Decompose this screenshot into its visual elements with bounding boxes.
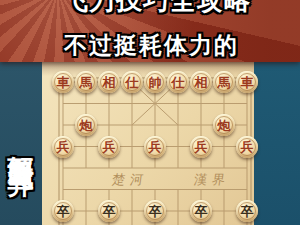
piece-red[interactable]: 馬 [213,71,235,93]
screenshot-stage: 飞刀技巧全攻略 不过挺耗体力的 弃马飞刀全面解 楚河 漢界 車馬相仕帥仕 [0,0,300,225]
piece-red[interactable]: 炮 [213,114,235,136]
piece-character: 卒 [57,205,70,218]
piece-character: 馬 [218,76,231,89]
piece-character: 馬 [80,76,93,89]
piece-black[interactable]: 卒 [144,200,166,222]
piece-character: 兵 [57,140,70,153]
piece-red[interactable]: 兵 [52,136,74,158]
piece-character: 兵 [241,140,254,153]
piece-red[interactable]: 兵 [144,136,166,158]
piece-black[interactable]: 卒 [236,200,258,222]
xiangqi-board[interactable]: 楚河 漢界 車馬相仕帥仕相馬車炮炮兵兵兵兵兵卒卒卒卒卒 [42,62,254,225]
piece-character: 車 [57,76,70,89]
piece-red[interactable]: 車 [52,71,74,93]
piece-red[interactable]: 兵 [236,136,258,158]
piece-red[interactable]: 仕 [167,71,189,93]
piece-black[interactable]: 卒 [98,200,120,222]
piece-red[interactable]: 兵 [190,136,212,158]
piece-character: 兵 [195,140,208,153]
piece-red[interactable]: 仕 [121,71,143,93]
piece-red[interactable]: 車 [236,71,258,93]
banner-title-line1: 飞刀技巧全攻略 [62,0,251,18]
piece-character: 相 [195,76,208,89]
piece-red[interactable]: 相 [98,71,120,93]
banner-title-line2: 不过挺耗体力的 [64,30,239,61]
piece-red[interactable]: 馬 [75,71,97,93]
piece-character: 帥 [149,76,162,89]
piece-character: 卒 [195,205,208,218]
piece-character: 兵 [103,140,116,153]
piece-red[interactable]: 帥 [144,71,166,93]
left-caption-strip: 弃马飞刀全面解 [0,62,42,225]
piece-black[interactable]: 卒 [190,200,212,222]
piece-red[interactable]: 兵 [98,136,120,158]
piece-red[interactable]: 炮 [75,114,97,136]
piece-character: 兵 [149,140,162,153]
right-background-strip [254,62,300,225]
title-banner: 飞刀技巧全攻略 不过挺耗体力的 [0,0,300,62]
piece-character: 仕 [126,76,139,89]
piece-character: 車 [241,76,254,89]
piece-character: 炮 [80,119,93,132]
piece-character: 相 [103,76,116,89]
piece-red[interactable]: 相 [190,71,212,93]
piece-character: 卒 [103,205,116,218]
piece-black[interactable]: 卒 [52,200,74,222]
piece-character: 卒 [149,205,162,218]
piece-character: 炮 [218,119,231,132]
river-label-chu-he: 楚河 [111,171,150,189]
piece-character: 卒 [241,205,254,218]
river-label-han-jie: 漢界 [193,171,232,189]
piece-character: 仕 [172,76,185,89]
